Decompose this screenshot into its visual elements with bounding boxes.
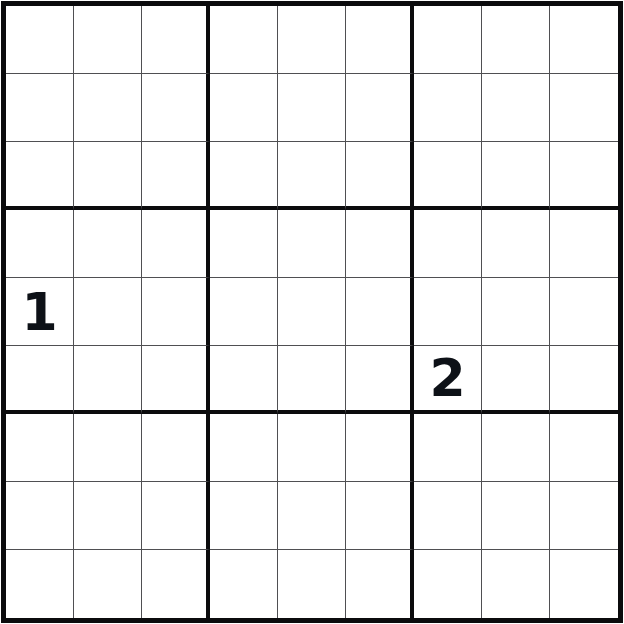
cell-r4c3[interactable] — [142, 210, 210, 278]
cell-r7c5[interactable] — [278, 414, 346, 482]
cell-r3c4[interactable] — [210, 142, 278, 210]
cell-r5c5[interactable] — [278, 278, 346, 346]
cell-r9c2[interactable] — [74, 550, 142, 618]
cell-r6c6[interactable] — [346, 346, 414, 414]
cell-r2c3[interactable] — [142, 74, 210, 142]
cell-r5c8[interactable] — [482, 278, 550, 346]
cell-r5c9[interactable] — [550, 278, 618, 346]
cell-r7c7[interactable] — [414, 414, 482, 482]
cell-r5c3[interactable] — [142, 278, 210, 346]
cell-r9c8[interactable] — [482, 550, 550, 618]
cell-r8c1[interactable] — [6, 482, 74, 550]
cell-r5c6[interactable] — [346, 278, 414, 346]
cell-r6c5[interactable] — [278, 346, 346, 414]
cell-r4c2[interactable] — [74, 210, 142, 278]
cell-r8c6[interactable] — [346, 482, 414, 550]
cell-r4c5[interactable] — [278, 210, 346, 278]
cell-r7c4[interactable] — [210, 414, 278, 482]
cell-r6c2[interactable] — [74, 346, 142, 414]
cell-r4c6[interactable] — [346, 210, 414, 278]
cell-r8c4[interactable] — [210, 482, 278, 550]
cell-r8c5[interactable] — [278, 482, 346, 550]
cell-r4c7[interactable] — [414, 210, 482, 278]
cell-r7c2[interactable] — [74, 414, 142, 482]
cell-r3c5[interactable] — [278, 142, 346, 210]
cell-r1c9[interactable] — [550, 6, 618, 74]
cell-r1c6[interactable] — [346, 6, 414, 74]
cell-r7c3[interactable] — [142, 414, 210, 482]
cell-r8c7[interactable] — [414, 482, 482, 550]
cell-r8c2[interactable] — [74, 482, 142, 550]
cell-r5c1[interactable]: 1 — [6, 278, 74, 346]
cell-r9c4[interactable] — [210, 550, 278, 618]
cell-r1c3[interactable] — [142, 6, 210, 74]
cell-r9c1[interactable] — [6, 550, 74, 618]
cell-r6c4[interactable] — [210, 346, 278, 414]
cell-r4c9[interactable] — [550, 210, 618, 278]
cell-r4c1[interactable] — [6, 210, 74, 278]
cell-r3c7[interactable] — [414, 142, 482, 210]
cell-r8c9[interactable] — [550, 482, 618, 550]
cell-r7c8[interactable] — [482, 414, 550, 482]
cell-r9c9[interactable] — [550, 550, 618, 618]
cell-r2c9[interactable] — [550, 74, 618, 142]
cell-r6c7[interactable]: 2 — [414, 346, 482, 414]
cell-r8c3[interactable] — [142, 482, 210, 550]
cell-r6c9[interactable] — [550, 346, 618, 414]
cell-r5c7[interactable] — [414, 278, 482, 346]
cell-r2c4[interactable] — [210, 74, 278, 142]
cell-r2c7[interactable] — [414, 74, 482, 142]
cell-r4c8[interactable] — [482, 210, 550, 278]
cell-r3c8[interactable] — [482, 142, 550, 210]
cell-r2c1[interactable] — [6, 74, 74, 142]
cell-r1c7[interactable] — [414, 6, 482, 74]
sudoku-board: 12 — [1, 1, 623, 623]
cell-r7c1[interactable] — [6, 414, 74, 482]
cell-r1c1[interactable] — [6, 6, 74, 74]
cell-r3c2[interactable] — [74, 142, 142, 210]
cell-r2c5[interactable] — [278, 74, 346, 142]
cell-r9c5[interactable] — [278, 550, 346, 618]
cell-r3c1[interactable] — [6, 142, 74, 210]
cell-r3c9[interactable] — [550, 142, 618, 210]
cell-r1c2[interactable] — [74, 6, 142, 74]
cell-r5c2[interactable] — [74, 278, 142, 346]
cell-r3c6[interactable] — [346, 142, 414, 210]
cell-r9c7[interactable] — [414, 550, 482, 618]
cell-r7c6[interactable] — [346, 414, 414, 482]
cell-r4c4[interactable] — [210, 210, 278, 278]
cell-r2c2[interactable] — [74, 74, 142, 142]
cell-r2c6[interactable] — [346, 74, 414, 142]
cell-r9c6[interactable] — [346, 550, 414, 618]
cell-r5c4[interactable] — [210, 278, 278, 346]
cell-r6c1[interactable] — [6, 346, 74, 414]
cell-r6c8[interactable] — [482, 346, 550, 414]
cell-r1c5[interactable] — [278, 6, 346, 74]
cell-r2c8[interactable] — [482, 74, 550, 142]
cell-r6c3[interactable] — [142, 346, 210, 414]
cell-r9c3[interactable] — [142, 550, 210, 618]
cell-r8c8[interactable] — [482, 482, 550, 550]
cell-r3c3[interactable] — [142, 142, 210, 210]
sudoku-page: 12 — [0, 0, 624, 624]
cell-r1c8[interactable] — [482, 6, 550, 74]
cell-r1c4[interactable] — [210, 6, 278, 74]
cell-r7c9[interactable] — [550, 414, 618, 482]
